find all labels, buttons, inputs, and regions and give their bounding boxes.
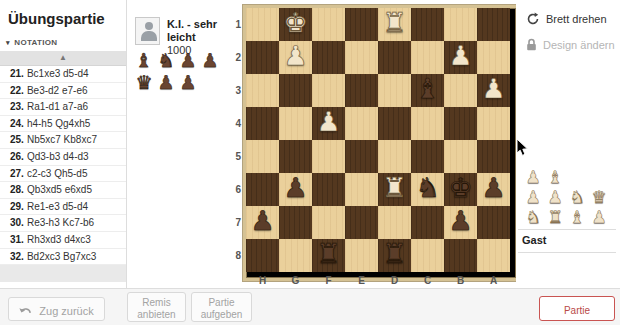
- chess-board: ♚♜♟♟♝♟♟♟♜♞♚♟♟♟♜♜: [246, 8, 510, 272]
- square-a5[interactable]: [477, 140, 510, 173]
- square-g5[interactable]: [279, 140, 312, 173]
- square-b5[interactable]: [444, 140, 477, 173]
- square-g1[interactable]: ♚: [279, 8, 312, 41]
- rank-labels: 12345678: [230, 8, 241, 272]
- page-title: Übungspartie: [8, 10, 126, 27]
- opponent-avatar: [135, 17, 160, 45]
- move-row-27: 27.c2-c3 Qh5-d5: [0, 166, 126, 183]
- move-row-32: 32.Bd2xc3 Bg7xc3: [0, 249, 126, 266]
- square-d5[interactable]: [378, 140, 411, 173]
- square-a7[interactable]: [477, 206, 510, 239]
- chess-board-frame: ♚♜♟♟♝♟♟♟♜♞♚♟♟♟♜♜: [243, 5, 519, 281]
- square-f5[interactable]: [312, 140, 345, 173]
- square-g7[interactable]: [279, 206, 312, 239]
- square-a4[interactable]: [477, 107, 510, 140]
- square-d2[interactable]: [378, 41, 411, 74]
- move-row-31: 31.Rh3xd3 d4xc3: [0, 232, 126, 249]
- square-d1[interactable]: ♜: [378, 8, 411, 41]
- square-f1[interactable]: [312, 8, 345, 41]
- piece-white-rook-d6[interactable]: ♜: [378, 171, 411, 204]
- captured-pawn: ♟: [588, 208, 610, 228]
- undo-move-button[interactable]: Zug zurück: [8, 297, 105, 321]
- lock-icon: [526, 38, 537, 51]
- square-e5[interactable]: [345, 140, 378, 173]
- captured-pawn: ♟: [199, 50, 221, 72]
- piece-white-pawn-f4[interactable]: ♟: [312, 105, 345, 138]
- captured-bishop: ♝: [133, 50, 155, 72]
- captured-pawn: ♟: [177, 72, 199, 94]
- offer-draw-button[interactable]: Remis anbieten: [127, 292, 186, 322]
- square-d7[interactable]: [378, 206, 411, 239]
- square-b2[interactable]: ♟: [444, 41, 477, 74]
- bottom-toolbar: Zug zurück Remis anbieten Partie aufgebe…: [0, 288, 620, 325]
- square-c4[interactable]: [411, 107, 444, 140]
- piece-black-rook-d8[interactable]: ♜: [378, 237, 411, 270]
- piece-white-pawn-g2[interactable]: ♟: [279, 39, 312, 72]
- divider: [518, 229, 616, 230]
- captured-knight: ♞: [522, 208, 544, 228]
- move-row-25: 25.Nb5xc7 Kb8xc7: [0, 132, 126, 149]
- square-g4[interactable]: [279, 107, 312, 140]
- divider: [518, 252, 616, 253]
- square-e8[interactable]: [345, 239, 378, 272]
- captured-bishop: ♝: [566, 208, 588, 228]
- rotate-icon: [526, 12, 540, 26]
- undo-label: Zug zurück: [39, 305, 93, 317]
- square-e2[interactable]: [345, 41, 378, 74]
- file-labels: HGFEDCBA: [246, 274, 510, 288]
- piece-black-pawn-h7[interactable]: ♟: [246, 204, 279, 237]
- square-h1[interactable]: [246, 8, 279, 41]
- move-row-22: 22.Be3-d2 e7-e6: [0, 83, 126, 100]
- piece-black-king-b6[interactable]: ♚: [444, 171, 477, 204]
- square-a3[interactable]: ♟: [477, 74, 510, 107]
- piece-black-pawn-a6[interactable]: ♟: [477, 171, 510, 204]
- change-design-button[interactable]: Design ändern: [526, 38, 620, 51]
- rotate-label: Brett drehen: [546, 13, 607, 25]
- move-row-24: 24.h4-h5 Qg4xh5: [0, 116, 126, 133]
- move-row-21: 21.Bc1xe3 d5-d4: [0, 66, 126, 83]
- square-h6[interactable]: [246, 173, 279, 206]
- notation-section-header[interactable]: ▾ NOTATION: [6, 38, 126, 47]
- square-c1[interactable]: [411, 8, 444, 41]
- captured-pawn: ♟: [155, 72, 177, 94]
- square-h4[interactable]: [246, 107, 279, 140]
- square-c8[interactable]: [411, 239, 444, 272]
- square-g8[interactable]: [279, 239, 312, 272]
- opponent-panel: K.I. - sehr leicht 1000 ♝♞♟♟♛♟♟: [127, 0, 239, 288]
- captured-pawn: ♟: [177, 50, 199, 72]
- square-f2[interactable]: [312, 41, 345, 74]
- square-h7[interactable]: ♟: [246, 206, 279, 239]
- square-c7[interactable]: [411, 206, 444, 239]
- mouse-cursor: [516, 138, 529, 157]
- square-h5[interactable]: [246, 140, 279, 173]
- captured-queen: ♛: [588, 188, 610, 208]
- square-g6[interactable]: ♟: [279, 173, 312, 206]
- piece-black-bishop-c3[interactable]: ♝: [411, 72, 444, 105]
- piece-white-pawn-b2[interactable]: ♟: [444, 39, 477, 72]
- square-c3[interactable]: ♝: [411, 74, 444, 107]
- square-f8[interactable]: ♜: [312, 239, 345, 272]
- square-f7[interactable]: [312, 206, 345, 239]
- piece-black-rook-f8[interactable]: ♜: [312, 237, 345, 270]
- avatar-icon: [145, 22, 153, 30]
- undo-icon: [19, 305, 32, 316]
- captured-white-pieces-tray: ♟♝♟♟♞♛♞♜♝♟: [522, 168, 610, 228]
- square-c5[interactable]: [411, 140, 444, 173]
- square-e7[interactable]: [345, 206, 378, 239]
- piece-black-knight-c6[interactable]: ♞: [411, 171, 444, 204]
- chess-app: Übungspartie ▾ NOTATION ▲ 21.Bc1xe3 d5-d…: [0, 0, 620, 325]
- square-b6[interactable]: ♚: [444, 173, 477, 206]
- square-b8[interactable]: [444, 239, 477, 272]
- square-b7[interactable]: ♟: [444, 206, 477, 239]
- move-row-29: 29.Re1-e3 d5-d4: [0, 199, 126, 216]
- opponent-name: K.I. - sehr leicht: [167, 18, 239, 44]
- square-d4[interactable]: [378, 107, 411, 140]
- move-list-scroll-up[interactable]: ▲: [0, 51, 126, 66]
- design-label: Design ändern: [543, 39, 615, 51]
- captured-knight: ♞: [566, 188, 588, 208]
- move-list-empty-row: [0, 265, 126, 282]
- square-h2[interactable]: [246, 41, 279, 74]
- square-h8[interactable]: [246, 239, 279, 272]
- scroll-up-icon: ▲: [59, 53, 67, 62]
- collapse-triangle-icon: ▾: [6, 39, 10, 46]
- piece-white-king-g1[interactable]: ♚: [279, 6, 312, 39]
- square-f4[interactable]: ♟: [312, 107, 345, 140]
- square-e1[interactable]: [345, 8, 378, 41]
- square-a2[interactable]: [477, 41, 510, 74]
- captured-pawn: ♟: [522, 188, 544, 208]
- rotate-board-button[interactable]: Brett drehen: [526, 12, 620, 26]
- square-d3[interactable]: [378, 74, 411, 107]
- square-e6[interactable]: [345, 173, 378, 206]
- square-d8[interactable]: ♜: [378, 239, 411, 272]
- piece-white-rook-d1[interactable]: ♜: [378, 6, 411, 39]
- player-name: Gast: [522, 234, 546, 246]
- piece-white-pawn-a3[interactable]: ♟: [477, 72, 510, 105]
- sidebar-notation: Übungspartie ▾ NOTATION ▲ 21.Bc1xe3 d5-d…: [0, 0, 127, 288]
- square-f3[interactable]: [312, 74, 345, 107]
- resign-button[interactable]: Partie aufgeben: [191, 292, 252, 322]
- captured-black-pieces-tray: ♝♞♟♟♛♟♟: [133, 50, 221, 94]
- captured-bishop: ♝: [544, 168, 566, 188]
- captured-queen: ♛: [133, 72, 155, 94]
- square-e3[interactable]: [345, 74, 378, 107]
- captured-pawn: ♟: [544, 188, 566, 208]
- square-e4[interactable]: [345, 107, 378, 140]
- save-game-button[interactable]: Partie speichern: [539, 296, 615, 321]
- square-f6[interactable]: [312, 173, 345, 206]
- square-b1[interactable]: [444, 8, 477, 41]
- move-row-23: 23.Ra1-d1 a7-a6: [0, 99, 126, 116]
- square-d6[interactable]: ♜: [378, 173, 411, 206]
- square-h3[interactable]: [246, 74, 279, 107]
- square-a8[interactable]: [477, 239, 510, 272]
- square-c2[interactable]: [411, 41, 444, 74]
- captured-rook: ♜: [544, 208, 566, 228]
- square-c6[interactable]: ♞: [411, 173, 444, 206]
- square-a1[interactable]: [477, 8, 510, 41]
- square-b4[interactable]: [444, 107, 477, 140]
- piece-black-pawn-b7[interactable]: ♟: [444, 204, 477, 237]
- move-list: 21.Bc1xe3 d5-d422.Be3-d2 e7-e623.Ra1-d1 …: [0, 66, 126, 265]
- move-row-26: 26.Qd3-b3 d4-d3: [0, 149, 126, 166]
- square-b3[interactable]: [444, 74, 477, 107]
- square-g2[interactable]: ♟: [279, 41, 312, 74]
- captured-pawn: ♟: [522, 168, 544, 188]
- move-row-30: 30.Re3-h3 Kc7-b6: [0, 215, 126, 232]
- notation-label: NOTATION: [14, 38, 57, 47]
- move-row-28: 28.Qb3xd5 e6xd5: [0, 182, 126, 199]
- square-g3[interactable]: [279, 74, 312, 107]
- square-a6[interactable]: ♟: [477, 173, 510, 206]
- piece-black-pawn-g6[interactable]: ♟: [279, 171, 312, 204]
- captured-knight: ♞: [155, 50, 177, 72]
